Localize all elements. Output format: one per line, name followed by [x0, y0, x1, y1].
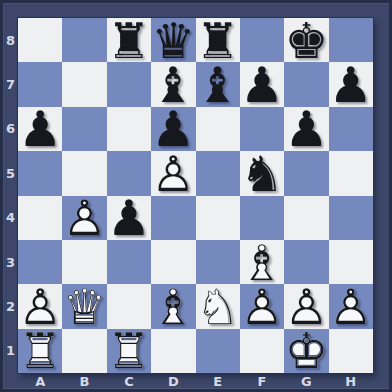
piece-outline-glyph: ♖ — [107, 330, 151, 374]
square-e7[interactable]: ♝ — [196, 62, 240, 106]
square-g8[interactable]: ♚ — [284, 18, 328, 62]
black-queen: ♛ — [151, 18, 195, 62]
square-b1[interactable] — [62, 329, 106, 373]
file-label-c: C — [107, 373, 151, 389]
black-pawn: ♟ — [151, 107, 195, 151]
square-g4[interactable] — [284, 196, 328, 240]
piece-fill-glyph: ♝ — [196, 63, 240, 107]
white-pawn: ♟♙ — [240, 284, 284, 328]
square-h5[interactable] — [329, 151, 373, 195]
square-b6[interactable] — [62, 107, 106, 151]
white-bishop: ♝♗ — [240, 240, 284, 284]
square-f1[interactable] — [240, 329, 284, 373]
black-bishop: ♝ — [151, 62, 195, 106]
black-pawn: ♟ — [18, 107, 62, 151]
white-pawn: ♟♙ — [18, 284, 62, 328]
square-h2[interactable]: ♟♙ — [329, 284, 373, 328]
square-c4[interactable]: ♟ — [107, 196, 151, 240]
chess-board: ♜♛♜♚♝♝♟♟♟♟♟♟♙♞♟♙♟♝♗♟♙♛♕♝♗♞♘♟♙♟♙♟♙♜♖♜♖♚♔ — [18, 18, 373, 373]
square-a5[interactable] — [18, 151, 62, 195]
square-e6[interactable] — [196, 107, 240, 151]
black-king: ♚ — [284, 18, 328, 62]
square-g2[interactable]: ♟♙ — [284, 284, 328, 328]
rank-label-4: 4 — [3, 196, 18, 240]
file-label-d: D — [151, 373, 195, 389]
piece-fill-glyph: ♟ — [329, 63, 373, 107]
square-c7[interactable] — [107, 62, 151, 106]
white-pawn: ♟♙ — [62, 196, 106, 240]
file-label-b: B — [62, 373, 106, 389]
square-c1[interactable]: ♜♖ — [107, 329, 151, 373]
square-d8[interactable]: ♛ — [151, 18, 195, 62]
file-label-g: G — [284, 373, 328, 389]
square-h8[interactable] — [329, 18, 373, 62]
piece-outline-glyph: ♖ — [18, 330, 62, 374]
square-h6[interactable] — [329, 107, 373, 151]
square-f4[interactable] — [240, 196, 284, 240]
square-e3[interactable] — [196, 240, 240, 284]
black-pawn: ♟ — [284, 107, 328, 151]
square-f6[interactable] — [240, 107, 284, 151]
piece-fill-glyph: ♟ — [240, 63, 284, 107]
square-a4[interactable] — [18, 196, 62, 240]
square-d5[interactable]: ♟♙ — [151, 151, 195, 195]
square-c2[interactable] — [107, 284, 151, 328]
file-label-h: H — [329, 373, 373, 389]
square-d2[interactable]: ♝♗ — [151, 284, 195, 328]
piece-outline-glyph: ♙ — [62, 197, 106, 241]
square-f7[interactable]: ♟ — [240, 62, 284, 106]
file-labels: ABCDEFGH — [18, 373, 373, 389]
piece-outline-glyph: ♔ — [284, 330, 328, 374]
square-a2[interactable]: ♟♙ — [18, 284, 62, 328]
square-g1[interactable]: ♚♔ — [284, 329, 328, 373]
black-knight: ♞ — [240, 151, 284, 195]
square-c5[interactable] — [107, 151, 151, 195]
rank-labels: 87654321 — [3, 18, 18, 373]
rank-label-1: 1 — [3, 329, 18, 373]
black-rook: ♜ — [107, 18, 151, 62]
square-b8[interactable] — [62, 18, 106, 62]
square-g5[interactable] — [284, 151, 328, 195]
square-f5[interactable]: ♞ — [240, 151, 284, 195]
square-c3[interactable] — [107, 240, 151, 284]
piece-fill-glyph: ♚ — [284, 19, 328, 63]
piece-outline-glyph: ♙ — [240, 285, 284, 329]
file-label-a: A — [18, 373, 62, 389]
square-g7[interactable] — [284, 62, 328, 106]
white-pawn: ♟♙ — [329, 284, 373, 328]
black-pawn: ♟ — [107, 196, 151, 240]
rank-label-3: 3 — [3, 240, 18, 284]
square-e8[interactable]: ♜ — [196, 18, 240, 62]
square-b3[interactable] — [62, 240, 106, 284]
square-h7[interactable]: ♟ — [329, 62, 373, 106]
piece-fill-glyph: ♟ — [107, 197, 151, 241]
white-rook: ♜♖ — [107, 329, 151, 373]
white-rook: ♜♖ — [18, 329, 62, 373]
square-c6[interactable] — [107, 107, 151, 151]
square-d3[interactable] — [151, 240, 195, 284]
white-bishop: ♝♗ — [151, 284, 195, 328]
square-h4[interactable] — [329, 196, 373, 240]
rank-label-8: 8 — [3, 18, 18, 62]
black-pawn: ♟ — [329, 62, 373, 106]
file-label-f: F — [240, 373, 284, 389]
square-c8[interactable]: ♜ — [107, 18, 151, 62]
square-h3[interactable] — [329, 240, 373, 284]
piece-outline-glyph: ♗ — [151, 285, 195, 329]
file-label-e: E — [196, 373, 240, 389]
rank-label-2: 2 — [3, 284, 18, 328]
square-f8[interactable] — [240, 18, 284, 62]
square-d6[interactable]: ♟ — [151, 107, 195, 151]
piece-fill-glyph: ♞ — [240, 152, 284, 196]
square-e4[interactable] — [196, 196, 240, 240]
white-knight: ♞♘ — [196, 284, 240, 328]
square-a8[interactable] — [18, 18, 62, 62]
rank-label-7: 7 — [3, 62, 18, 106]
square-a7[interactable] — [18, 62, 62, 106]
square-h1[interactable] — [329, 329, 373, 373]
piece-fill-glyph: ♜ — [107, 19, 151, 63]
black-rook: ♜ — [196, 18, 240, 62]
square-e2[interactable]: ♞♘ — [196, 284, 240, 328]
rank-label-5: 5 — [3, 151, 18, 195]
white-queen: ♛♕ — [62, 284, 106, 328]
square-b7[interactable] — [62, 62, 106, 106]
black-bishop: ♝ — [196, 62, 240, 106]
square-d1[interactable] — [151, 329, 195, 373]
square-d7[interactable]: ♝ — [151, 62, 195, 106]
square-f3[interactable]: ♝♗ — [240, 240, 284, 284]
square-b5[interactable] — [62, 151, 106, 195]
square-b2[interactable]: ♛♕ — [62, 284, 106, 328]
square-a3[interactable] — [18, 240, 62, 284]
piece-fill-glyph: ♟ — [18, 108, 62, 152]
square-d4[interactable] — [151, 196, 195, 240]
white-pawn: ♟♙ — [151, 151, 195, 195]
chess-board-widget: ♜♛♜♚♝♝♟♟♟♟♟♟♙♞♟♙♟♝♗♟♙♛♕♝♗♞♘♟♙♟♙♟♙♜♖♜♖♚♔ … — [0, 0, 392, 392]
square-b4[interactable]: ♟♙ — [62, 196, 106, 240]
square-f2[interactable]: ♟♙ — [240, 284, 284, 328]
piece-fill-glyph: ♟ — [284, 108, 328, 152]
square-g6[interactable]: ♟ — [284, 107, 328, 151]
square-e5[interactable] — [196, 151, 240, 195]
white-pawn: ♟♙ — [284, 284, 328, 328]
square-e1[interactable] — [196, 329, 240, 373]
piece-outline-glyph: ♙ — [329, 285, 373, 329]
piece-outline-glyph: ♘ — [196, 285, 240, 329]
square-a1[interactable]: ♜♖ — [18, 329, 62, 373]
square-g3[interactable] — [284, 240, 328, 284]
piece-outline-glyph: ♕ — [62, 285, 106, 329]
black-pawn: ♟ — [240, 62, 284, 106]
square-a6[interactable]: ♟ — [18, 107, 62, 151]
piece-outline-glyph: ♙ — [151, 152, 195, 196]
white-king: ♚♔ — [284, 329, 328, 373]
rank-label-6: 6 — [3, 107, 18, 151]
